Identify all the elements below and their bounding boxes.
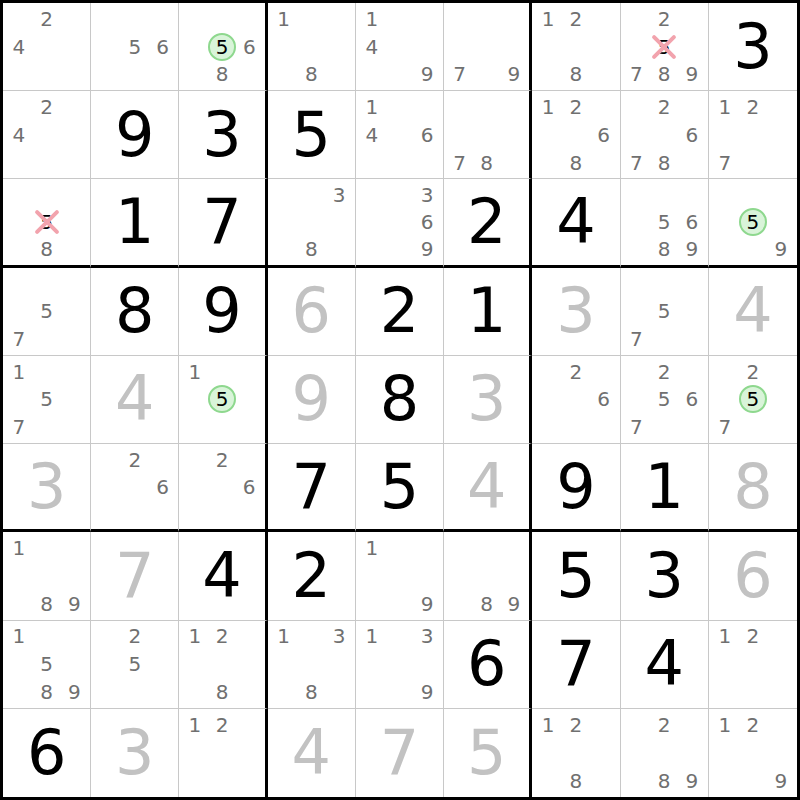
candidate-grid: 58 [5,181,88,262]
candidate-2: 2 [40,97,53,117]
candidate-grid: 369 [358,181,441,262]
candidate-8: 8 [570,64,583,84]
cell-r6c3[interactable]: 26 [179,444,267,532]
candidate-2: 2 [747,715,760,735]
cell-r2c2[interactable]: 9 [91,91,179,179]
candidate-1: 1 [277,626,290,646]
cell-r3c9[interactable]: 59 [709,179,797,267]
cell-r7c1[interactable]: 189 [3,532,91,620]
cell-r2c7[interactable]: 1268 [532,91,620,179]
candidate-slot-8: 8 [562,60,590,88]
candidate-9: 9 [421,239,434,259]
candidate-slot-1: 1 [5,534,33,562]
candidate-slot-8: 8 [33,590,61,618]
given-digit: 3 [621,532,708,619]
candidate-slot-1 [358,181,386,208]
cell-r2c4[interactable]: 5 [268,91,356,179]
candidate-slot-1: 1 [711,623,739,651]
candidate-slot-6 [149,650,177,678]
candidate-slot-9: 9 [60,590,88,618]
candidate-9: 9 [686,64,699,84]
candidate-slot-6: 6 [678,209,706,236]
candidate-slot-2: 2 [562,711,590,739]
candidate-slot-4 [5,297,33,325]
solved-digit: 4 [709,268,797,355]
cell-r1c4[interactable]: 18 [268,3,356,91]
candidate-slot-4 [623,33,651,61]
cell-r3c5[interactable]: 369 [356,179,444,267]
cell-r5c5[interactable]: 8 [356,356,444,444]
candidate-slot-8: 8 [650,60,678,88]
candidate-slot-2 [33,270,61,298]
cell-r7c8[interactable]: 3 [621,532,709,620]
candidate-2: 2 [658,362,671,382]
candidate-slot-9: 9 [60,678,88,706]
candidate-slot-7 [5,60,33,88]
cell-r8c5[interactable]: 139 [356,621,444,709]
cell-r4c7[interactable]: 3 [532,268,620,356]
candidate-9: 9 [686,771,699,791]
candidate-slot-1 [446,5,473,33]
candidate-grid: 19 [358,534,441,617]
cell-r3c2[interactable]: 1 [91,179,179,267]
cell-r6c5[interactable]: 5 [356,444,444,532]
candidate-slot-2: 2 [650,358,678,386]
candidate-slot-5 [297,209,325,236]
given-digit: 7 [179,179,264,264]
cell-r8c4[interactable]: 138 [268,621,356,709]
candidate-grid: 79 [446,5,527,88]
candidate-slot-9 [767,413,795,441]
cell-r3c6[interactable]: 2 [444,179,532,267]
candidate-slot-6 [325,33,353,61]
candidate-1: 1 [365,97,378,117]
candidate-6: 6 [597,389,610,409]
candidate-slot-1: 1 [534,711,562,739]
candidate-slot-3 [236,358,263,386]
cell-r3c4[interactable]: 38 [268,179,356,267]
candidate-slot-9: 9 [413,60,441,88]
candidate-slot-5 [473,33,500,61]
candidate-slot-1 [5,5,33,33]
cell-r3c1[interactable]: 58 [3,179,91,267]
cell-r4c2[interactable]: 8 [91,268,179,356]
candidate-slot-7: 7 [446,60,473,88]
candidate-slot-8: 8 [650,236,678,263]
candidate-slot-6 [767,208,795,236]
candidate-9: 9 [507,64,520,84]
candidate-slot-4 [270,650,298,678]
candidate-slot-2 [386,181,414,208]
candidate-slot-5 [33,121,61,149]
candidate-slot-3 [678,93,706,121]
candidate-grid: 12 [711,623,795,706]
candidate-slot-4 [534,386,562,414]
candidate-slot-9 [413,149,441,177]
cell-r9c2[interactable]: 3 [91,709,179,797]
cell-r6c6[interactable]: 4 [444,444,532,532]
candidate-slot-5 [562,739,590,767]
cell-r8c8[interactable]: 4 [621,621,709,709]
candidate-slot-1 [623,5,651,33]
cell-r1c3[interactable]: 568 [179,3,267,91]
cell-r6c8[interactable]: 1 [621,444,709,532]
candidate-grid: 25789 [623,5,706,88]
candidate-7: 7 [630,417,643,437]
candidate-1: 1 [365,626,378,646]
cell-r6c9[interactable]: 8 [709,444,797,532]
candidate-slot-6: 6 [590,121,618,149]
candidate-slot-8 [739,767,767,795]
candidate-slot-5 [739,739,767,767]
cell-r1c8[interactable]: 25789 [621,3,709,91]
candidate-slot-1: 1 [270,623,298,651]
cell-r5c9[interactable]: 257 [709,356,797,444]
candidate-1: 1 [189,715,202,735]
cell-r4c5[interactable]: 2 [356,268,444,356]
solved-digit: 8 [709,444,797,529]
candidate-slot-8: 8 [473,590,500,618]
candidate-slot-2 [386,93,414,121]
candidate-slot-2: 2 [562,5,590,33]
candidate-2: 2 [216,715,229,735]
candidate-slot-3 [500,93,527,121]
cell-r3c3[interactable]: 7 [179,179,267,267]
cell-r8c2[interactable]: 25 [91,621,179,709]
candidate-slot-5 [473,562,500,590]
candidate-2: 2 [128,450,141,470]
candidate-5: 5 [128,37,141,57]
candidate-slot-7 [270,236,298,263]
given-digit: 6 [3,709,90,797]
candidate-slot-4 [534,33,562,61]
candidate-slot-8 [121,60,149,88]
candidate-grid: 128 [181,623,262,706]
candidate-slot-9 [60,149,88,177]
solved-digit: 4 [268,709,355,797]
candidate-slot-5: 5 [650,386,678,414]
candidate-slot-5 [386,562,414,590]
candidate-slot-4 [181,739,208,767]
cell-r2c5[interactable]: 146 [356,91,444,179]
candidate-slot-8: 8 [209,678,236,706]
candidate-slot-7 [623,767,651,795]
candidate-slot-2 [386,623,414,651]
candidate-2: 2 [570,715,583,735]
candidate-slot-9 [236,767,263,795]
cell-r7c7[interactable]: 5 [532,532,620,620]
candidate-slot-8 [208,413,236,441]
candidate-slot-9 [767,149,795,177]
candidate-slot-1 [534,358,562,386]
candidate-8: 8 [658,153,671,173]
candidate-slot-2: 2 [739,711,767,739]
candidate-slot-6: 6 [413,209,441,236]
candidate-slot-8 [33,60,61,88]
candidate-8: 8 [40,682,53,702]
candidate-slot-4: 4 [358,121,386,149]
candidate-slot-3 [767,93,795,121]
cell-r2c3[interactable]: 3 [179,91,267,179]
cell-r7c5[interactable]: 19 [356,532,444,620]
cell-r3c7[interactable]: 4 [532,179,620,267]
candidate-slot-1: 1 [711,93,739,121]
cell-r6c4[interactable]: 7 [268,444,356,532]
cell-r1c2[interactable]: 56 [91,3,179,91]
candidate-8: 8 [216,64,229,84]
candidate-2: 2 [747,626,760,646]
candidate-slot-7 [358,149,386,177]
cell-r9c5[interactable]: 7 [356,709,444,797]
cell-r5c7[interactable]: 26 [532,356,620,444]
cell-r4c4[interactable]: 6 [268,268,356,356]
cell-r4c9[interactable]: 4 [709,268,797,356]
candidate-slot-3 [60,623,88,651]
candidate-7: 7 [453,64,466,84]
candidate-slot-1: 1 [358,623,386,651]
cell-r4c6[interactable]: 1 [444,268,532,356]
candidate-slot-3: 3 [413,181,441,208]
cell-r8c6[interactable]: 6 [444,621,532,709]
candidate-slot-9: 9 [678,60,706,88]
given-digit: 1 [621,444,708,529]
candidate-slot-3 [678,358,706,386]
cell-r1c5[interactable]: 149 [356,3,444,91]
cell-r8c7[interactable]: 7 [532,621,620,709]
candidate-slot-7 [623,236,651,263]
candidate-slot-1 [623,181,651,208]
candidate-slot-7 [358,236,386,263]
cell-r8c1[interactable]: 1589 [3,621,91,709]
cell-r1c9[interactable]: 3 [709,3,797,91]
candidate-slot-3 [60,5,88,33]
given-digit: 3 [709,3,797,90]
given-digit: 9 [91,91,178,178]
candidate-slot-2 [33,358,61,386]
candidate-grid: 2567 [623,358,706,441]
cell-r8c3[interactable]: 128 [179,621,267,709]
candidate-slot-2 [386,5,414,33]
cell-r9c9[interactable]: 129 [709,709,797,797]
cell-r2c6[interactable]: 78 [444,91,532,179]
candidate-slot-7: 7 [623,413,651,441]
candidate-slot-1 [5,181,33,208]
candidate-slot-7: 7 [623,60,651,88]
candidate-grid: 15 [181,358,262,441]
given-digit: 9 [179,268,264,355]
candidate-grid: 5689 [623,181,706,262]
candidate-7: 7 [630,64,643,84]
cell-r2c1[interactable]: 24 [3,91,91,179]
candidate-slot-3 [678,181,706,208]
cell-r7c9[interactable]: 6 [709,532,797,620]
cell-r5c4[interactable]: 9 [268,356,356,444]
candidate-slot-2: 2 [562,93,590,121]
cell-r2c8[interactable]: 2678 [621,91,709,179]
candidate-grid: 128 [534,5,617,88]
candidate-slot-1 [5,93,33,121]
candidate-slot-1 [623,270,651,298]
candidate-2: 2 [570,9,583,29]
cell-r7c4[interactable]: 2 [268,532,356,620]
candidate-9: 9 [775,239,788,259]
candidate-slot-6 [236,739,263,767]
candidate-slot-5: 5 [650,33,678,61]
candidate-grid: 189 [5,534,88,617]
candidate-slot-7 [181,678,208,706]
candidate-slot-3 [590,5,618,33]
given-digit: 5 [532,532,619,619]
candidate-slot-5 [739,121,767,149]
candidate-5-red-x-elimination: 5 [658,37,671,57]
candidate-slot-2: 2 [209,623,236,651]
candidate-9: 9 [686,239,699,259]
candidate-6: 6 [597,125,610,145]
candidate-grid: 146 [358,93,441,176]
given-digit: 9 [532,444,619,529]
cell-r1c7[interactable]: 128 [532,3,620,91]
solved-digit: 4 [91,356,178,443]
candidate-slot-2: 2 [209,711,236,739]
solved-digit: 3 [532,268,619,355]
candidate-slot-8 [739,413,767,441]
candidate-slot-8: 8 [650,767,678,795]
candidate-slot-1 [270,181,298,208]
cell-r9c4[interactable]: 4 [268,709,356,797]
candidate-6: 6 [686,125,699,145]
cell-r7c6[interactable]: 89 [444,532,532,620]
candidate-5: 5 [658,389,671,409]
cell-r5c1[interactable]: 157 [3,356,91,444]
candidate-slot-5: 5 [739,208,767,236]
candidate-slot-2: 2 [650,5,678,33]
candidate-slot-2 [208,5,236,33]
candidate-slot-5 [562,33,590,61]
candidate-7: 7 [718,417,731,437]
cell-r4c3[interactable]: 9 [179,268,267,356]
candidate-slot-2 [297,5,325,33]
candidate-slot-8: 8 [473,149,500,177]
candidate-slot-7 [93,500,121,527]
given-digit: 5 [356,444,443,529]
candidate-slot-2 [650,181,678,208]
cell-r9c8[interactable]: 289 [621,709,709,797]
candidate-slot-8 [739,149,767,177]
candidate-slot-9: 9 [413,236,441,263]
solved-digit: 6 [268,268,355,355]
candidate-slot-5 [562,121,590,149]
cell-r1c6[interactable]: 79 [444,3,532,91]
cell-r2c9[interactable]: 127 [709,91,797,179]
candidate-slot-1: 1 [534,5,562,33]
given-digit: 1 [91,179,178,264]
candidate-slot-9 [149,500,177,527]
candidate-slot-8 [386,678,414,706]
candidate-slot-3 [60,181,88,208]
candidate-slot-4 [711,208,739,236]
candidate-1: 1 [365,9,378,29]
candidate-slot-1 [93,5,121,33]
candidate-8: 8 [570,771,583,791]
cell-r9c1[interactable]: 6 [3,709,91,797]
candidate-slot-8 [650,413,678,441]
cell-r6c7[interactable]: 9 [532,444,620,532]
cell-r6c1[interactable]: 3 [3,444,91,532]
candidate-slot-1 [5,270,33,298]
candidate-8: 8 [658,771,671,791]
candidate-8: 8 [570,153,583,173]
candidate-slot-5 [562,386,590,414]
candidate-slot-5 [386,209,414,236]
candidate-grid: 129 [711,711,795,795]
candidate-grid: 59 [711,181,795,262]
candidate-slot-9 [60,413,88,441]
candidate-slot-6: 6 [678,121,706,149]
cell-r1c1[interactable]: 24 [3,3,91,91]
candidate-slot-4 [5,650,33,678]
candidate-slot-8: 8 [33,236,61,263]
cell-r5c6[interactable]: 3 [444,356,532,444]
candidate-grid: 2678 [623,93,706,176]
cell-r4c8[interactable]: 57 [621,268,709,356]
candidate-slot-7 [534,767,562,795]
candidate-1: 1 [542,715,555,735]
cell-r3c8[interactable]: 5689 [621,179,709,267]
cell-r9c6[interactable]: 5 [444,709,532,797]
candidate-slot-8 [121,500,149,527]
cell-r6c2[interactable]: 26 [91,444,179,532]
candidate-slot-3 [767,711,795,739]
given-digit: 8 [356,356,443,443]
solved-digit: 5 [444,709,529,797]
candidate-slot-9 [678,413,706,441]
candidate-slot-7 [5,236,33,263]
candidate-slot-3 [149,623,177,651]
candidate-slot-3 [678,711,706,739]
cell-r5c2[interactable]: 4 [91,356,179,444]
candidate-slot-2 [33,181,61,208]
candidate-grid: 12 [181,711,262,795]
cell-r4c1[interactable]: 57 [3,268,91,356]
cell-r8c9[interactable]: 12 [709,621,797,709]
candidate-slot-3 [590,93,618,121]
cell-r9c7[interactable]: 128 [532,709,620,797]
candidate-slot-9 [678,149,706,177]
candidate-slot-6 [236,385,263,413]
candidate-slot-5 [473,121,500,149]
candidate-slot-5 [650,121,678,149]
candidate-slot-2: 2 [650,93,678,121]
cell-r7c2[interactable]: 7 [91,532,179,620]
candidate-slot-2 [33,534,61,562]
candidate-slot-7 [711,236,739,263]
candidate-slot-8 [386,590,414,618]
candidate-slot-7 [5,149,33,177]
candidate-slot-2: 2 [121,623,149,651]
candidate-slot-7 [270,60,298,88]
cell-r5c3[interactable]: 15 [179,356,267,444]
candidate-2: 2 [658,9,671,29]
cell-r9c3[interactable]: 12 [179,709,267,797]
candidate-slot-7 [534,413,562,441]
cell-r5c8[interactable]: 2567 [621,356,709,444]
candidate-slot-9 [236,678,263,706]
candidate-slot-8 [562,413,590,441]
candidate-slot-4 [534,121,562,149]
candidate-slot-6 [236,650,263,678]
cell-r7c3[interactable]: 4 [179,532,267,620]
candidate-2: 2 [216,626,229,646]
